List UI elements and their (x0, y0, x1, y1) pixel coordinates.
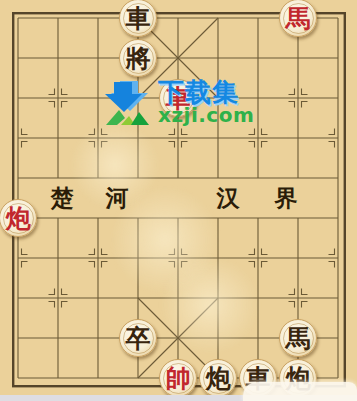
river-label-han: 汉 (217, 186, 240, 209)
erased-watermark-smudge (243, 382, 357, 401)
red-general-piece[interactable]: 帥 (159, 359, 197, 397)
black-soldier-piece[interactable]: 卒 (119, 319, 157, 357)
xiangqi-game-screenshot: 楚 河 汉 界 車馬將車炮卒馬帥炮車炮 下载集 xzji.com (0, 0, 357, 401)
piece-label: 車 (126, 6, 151, 31)
river-label-chu: 楚 (51, 186, 74, 209)
river-label-jie: 界 (275, 186, 298, 209)
piece-label: 馬 (286, 6, 311, 31)
black-cannon-piece[interactable]: 炮 (199, 359, 237, 397)
piece-label: 炮 (206, 366, 231, 391)
black-general-piece[interactable]: 將 (119, 39, 157, 77)
red-chariot-piece[interactable]: 車 (159, 79, 197, 117)
black-chariot-piece[interactable]: 車 (119, 0, 157, 37)
red-horse-piece[interactable]: 馬 (279, 0, 317, 37)
black-horse-piece[interactable]: 馬 (279, 319, 317, 357)
red-cannon-piece[interactable]: 炮 (0, 199, 37, 237)
piece-label: 炮 (6, 206, 31, 231)
piece-label: 卒 (126, 326, 151, 351)
river-label-he: 河 (106, 186, 129, 209)
piece-label: 將 (126, 46, 151, 71)
piece-label: 帥 (166, 366, 191, 391)
piece-label: 車 (166, 86, 191, 111)
piece-label: 馬 (286, 326, 311, 351)
